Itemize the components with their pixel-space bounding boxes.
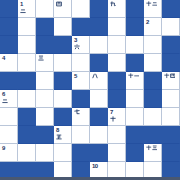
block-cell-r6c1 (18, 108, 36, 126)
across-clue-number: 7 (110, 109, 113, 115)
block-cell-r7c7 (126, 126, 144, 144)
across-clue-number: 1 (20, 1, 23, 7)
cell-r6c9[interactable] (162, 108, 180, 126)
cell-r6c7[interactable] (126, 108, 144, 126)
cell-r3c3[interactable] (54, 54, 72, 72)
clue-label (164, 73, 175, 79)
cell-r5c7[interactable] (126, 90, 144, 108)
down-clue-number-chinese (56, 1, 62, 7)
clue-label (38, 55, 44, 61)
block-cell-r6c3 (54, 108, 72, 126)
block-cell-r8c4 (72, 144, 90, 162)
cell-r5c0[interactable]: 6 (0, 90, 18, 108)
cell-r8c6[interactable] (108, 144, 126, 162)
cell-r1c3[interactable] (54, 18, 72, 36)
down-clue-number-chinese (128, 73, 139, 79)
cell-r3c2[interactable] (36, 54, 54, 72)
block-cell-r0c7 (126, 0, 144, 18)
down-clue-number-chinese (20, 8, 26, 14)
block-cell-r7c1 (18, 126, 36, 144)
cell-r8c3[interactable] (54, 144, 72, 162)
block-cell-r5c4 (72, 90, 90, 108)
down-clue-number-chinese (74, 44, 80, 50)
cell-r2c7[interactable] (126, 36, 144, 54)
cell-r2c4[interactable]: 3 (72, 36, 90, 54)
cell-r1c9[interactable] (162, 18, 180, 36)
across-clue-number: 9 (2, 145, 5, 151)
cell-r4c2[interactable] (36, 72, 54, 90)
down-clue-number-chinese (74, 109, 80, 115)
cell-r0c1[interactable]: 1 (18, 0, 36, 18)
cell-r8c2[interactable] (36, 144, 54, 162)
clue-label: 6 (2, 91, 8, 104)
down-clue-number-chinese (164, 73, 175, 79)
block-cell-r1c2 (36, 18, 54, 36)
block-cell-r1c7 (126, 18, 144, 36)
block-cell-r7c8 (144, 126, 162, 144)
down-clue-number-chinese (146, 1, 157, 7)
block-cell-r1c0 (0, 18, 18, 36)
block-cell-r4c8 (144, 72, 162, 90)
cell-r3c0[interactable]: 4 (0, 54, 18, 72)
block-cell-r4c6 (108, 72, 126, 90)
down-clue-number-chinese (2, 98, 8, 104)
down-clue-number-chinese (56, 134, 62, 140)
cell-r1c1[interactable] (18, 18, 36, 36)
cell-r0c3[interactable] (54, 0, 72, 18)
cell-r8c0[interactable]: 9 (0, 144, 18, 162)
block-cell-r2c3 (54, 36, 72, 54)
cell-r4c9[interactable] (162, 72, 180, 90)
block-cell-r7c9 (162, 126, 180, 144)
cell-r2c6[interactable] (108, 36, 126, 54)
cell-r5c5[interactable] (90, 90, 108, 108)
cell-r5c2[interactable] (36, 90, 54, 108)
block-cell-r4c0 (0, 72, 18, 90)
cell-r7c0[interactable] (0, 126, 18, 144)
cell-r0c8[interactable] (144, 0, 162, 18)
down-clue-number-chinese (110, 1, 116, 7)
block-cell-r8c7 (126, 144, 144, 162)
clue-label: 9 (2, 145, 5, 151)
cell-r7c4[interactable] (72, 126, 90, 144)
cell-r6c0[interactable] (0, 108, 18, 126)
block-cell-r0c0 (0, 0, 18, 18)
clue-label: 8 (56, 127, 62, 140)
cell-r1c6[interactable] (108, 18, 126, 36)
cell-r7c6[interactable] (108, 126, 126, 144)
clue-label: 5 (74, 73, 77, 79)
block-cell-r3c7 (126, 54, 144, 72)
block-cell-r8c5 (90, 144, 108, 162)
cell-r5c3[interactable] (54, 90, 72, 108)
block-cell-r3c9 (162, 54, 180, 72)
cell-r8c8[interactable] (144, 144, 162, 162)
across-clue-number: 8 (56, 127, 59, 133)
across-clue-number: 6 (2, 91, 5, 97)
clue-label (74, 109, 80, 115)
clue-label: 4 (2, 55, 5, 61)
down-clue-number-chinese (92, 73, 98, 79)
block-cell-r5c8 (144, 90, 162, 108)
cell-r3c4[interactable] (72, 54, 90, 72)
block-cell-r1c4 (72, 18, 90, 36)
clue-label: 10 (92, 163, 98, 169)
block-cell-r0c9 (162, 0, 180, 18)
cell-r3c1[interactable] (18, 54, 36, 72)
block-cell-r0c5 (90, 0, 108, 18)
clue-label (56, 1, 62, 7)
clue-label (92, 73, 98, 79)
board-bottom-edge (0, 177, 180, 180)
across-clue-number: 4 (2, 55, 5, 61)
across-clue-number: 2 (146, 19, 149, 25)
clue-label: 1 (20, 1, 26, 14)
cell-r5c1[interactable] (18, 90, 36, 108)
cell-r5c9[interactable] (162, 90, 180, 108)
cell-r6c2[interactable] (36, 108, 54, 126)
clue-label: 7 (110, 109, 116, 122)
block-cell-r2c9 (162, 36, 180, 54)
block-cell-r5c6 (108, 90, 126, 108)
across-clue-number: 3 (74, 37, 77, 43)
crossword-board: 12345678910 (0, 0, 180, 180)
block-cell-r4c3 (54, 72, 72, 90)
clue-label (146, 1, 157, 7)
cell-r2c1[interactable] (18, 36, 36, 54)
cell-r3c6[interactable] (108, 54, 126, 72)
down-clue-number-chinese (110, 116, 116, 122)
clue-label: 3 (74, 37, 80, 50)
cell-r7c3[interactable]: 8 (54, 126, 72, 144)
cell-r1c8[interactable]: 2 (144, 18, 162, 36)
cell-r4c5[interactable] (90, 72, 108, 90)
block-cell-r2c2 (36, 36, 54, 54)
down-clue-number-chinese (146, 145, 157, 151)
block-cell-r3c5 (90, 54, 108, 72)
cell-r6c4[interactable] (72, 108, 90, 126)
cell-r7c5[interactable] (90, 126, 108, 144)
block-cell-r2c0 (0, 36, 18, 54)
block-cell-r1c5 (90, 18, 108, 36)
down-clue-number-chinese (38, 55, 44, 61)
cell-r8c1[interactable] (18, 144, 36, 162)
clue-label (128, 73, 139, 79)
cell-r4c4[interactable]: 5 (72, 72, 90, 90)
cell-r6c8[interactable] (144, 108, 162, 126)
cell-r6c6[interactable]: 7 (108, 108, 126, 126)
clue-label: 2 (146, 19, 149, 25)
block-cell-r6c5 (90, 108, 108, 126)
cell-r0c4[interactable] (72, 0, 90, 18)
block-cell-r4c1 (18, 72, 36, 90)
cell-r3c8[interactable] (144, 54, 162, 72)
cell-r2c8[interactable] (144, 36, 162, 54)
block-cell-r8c9 (162, 144, 180, 162)
across-clue-number: 10 (92, 163, 98, 169)
across-clue-number: 5 (74, 73, 77, 79)
cell-r0c6[interactable] (108, 0, 126, 18)
cell-r0c2[interactable] (36, 0, 54, 18)
clue-label (110, 1, 116, 7)
cell-r4c7[interactable] (126, 72, 144, 90)
clue-label (146, 145, 157, 151)
block-cell-r7c2 (36, 126, 54, 144)
cell-r2c5[interactable] (90, 36, 108, 54)
